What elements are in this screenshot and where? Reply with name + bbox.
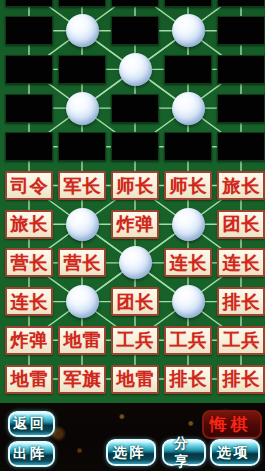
opponent-hidden-piece xyxy=(58,55,106,84)
piece-label-char: 兵 xyxy=(189,331,207,349)
player-piece[interactable]: 师长 xyxy=(111,171,159,200)
piece-label-char: 长 xyxy=(83,177,101,195)
opponent-hidden-piece xyxy=(5,0,53,7)
piece-label-char: 长 xyxy=(189,177,207,195)
piece-label-char: 营 xyxy=(64,254,82,272)
piece-label-char: 排 xyxy=(223,293,241,311)
player-piece[interactable]: 地雷 xyxy=(58,326,106,355)
opponent-hidden-piece xyxy=(164,0,212,7)
piece-label-char: 雷 xyxy=(30,370,48,388)
piece-label-char: 连 xyxy=(223,254,241,272)
piece-label-char: 军 xyxy=(64,177,82,195)
player-piece[interactable]: 炸弹 xyxy=(5,326,53,355)
piece-label-char: 长 xyxy=(242,254,260,272)
player-piece[interactable]: 旅长 xyxy=(217,171,265,200)
piece-label-char: 司 xyxy=(11,177,29,195)
player-piece[interactable]: 工兵 xyxy=(111,326,159,355)
piece-label-char: 军 xyxy=(64,370,82,388)
camp-point xyxy=(172,92,205,125)
opponent-hidden-piece xyxy=(217,132,265,161)
piece-label-char: 长 xyxy=(242,370,260,388)
piece-label-char: 长 xyxy=(83,254,101,272)
opponent-hidden-piece xyxy=(164,132,212,161)
opponent-hidden-piece xyxy=(111,132,159,161)
piece-label-char: 团 xyxy=(117,293,135,311)
camp-point xyxy=(172,14,205,47)
piece-label-char: 弹 xyxy=(136,215,154,233)
piece-label-char: 长 xyxy=(136,293,154,311)
player-piece[interactable]: 师长 xyxy=(164,171,212,200)
piece-label-char: 炸 xyxy=(11,331,29,349)
camp-point xyxy=(66,14,99,47)
player-piece[interactable]: 军长 xyxy=(58,171,106,200)
camp-point xyxy=(66,92,99,125)
player-piece[interactable]: 团长 xyxy=(111,287,159,316)
piece-label-char: 炸 xyxy=(117,215,135,233)
piece-label-char: 雷 xyxy=(83,331,101,349)
opponent-hidden-piece xyxy=(217,94,265,123)
opponent-hidden-piece xyxy=(5,94,53,123)
camp-point xyxy=(119,53,152,86)
piece-label-char: 长 xyxy=(242,293,260,311)
player-piece[interactable]: 工兵 xyxy=(164,326,212,355)
luzhanqi-app-screen: 司令军长师长师长旅长旅长炸弹团长营长营长连长连长连长团长排长炸弹地雷工兵工兵工兵… xyxy=(0,0,265,471)
opponent-hidden-piece xyxy=(111,94,159,123)
piece-label-char: 团 xyxy=(223,215,241,233)
player-piece[interactable]: 连长 xyxy=(217,248,265,277)
player-piece[interactable]: 炸弹 xyxy=(111,210,159,239)
piece-label-char: 长 xyxy=(189,254,207,272)
choose-formation-button[interactable]: 选阵 xyxy=(106,439,156,466)
piece-label-char: 令 xyxy=(30,177,48,195)
piece-label-char: 地 xyxy=(64,331,82,349)
piece-label-char: 旅 xyxy=(11,215,29,233)
opponent-hidden-piece xyxy=(5,55,53,84)
piece-label-char: 连 xyxy=(170,254,188,272)
piece-label-char: 师 xyxy=(117,177,135,195)
player-piece[interactable]: 连长 xyxy=(164,248,212,277)
piece-label-char: 长 xyxy=(242,177,260,195)
opponent-hidden-piece xyxy=(217,55,265,84)
share-button[interactable]: 分享 xyxy=(162,439,206,466)
deploy-button[interactable]: 出阵 xyxy=(8,441,55,467)
piece-label-char: 弹 xyxy=(30,331,48,349)
player-piece[interactable]: 旅长 xyxy=(5,210,53,239)
piece-label-char: 兵 xyxy=(136,331,154,349)
player-piece[interactable]: 军旗 xyxy=(58,365,106,394)
piece-label-char: 雷 xyxy=(136,370,154,388)
piece-label-char: 兵 xyxy=(242,331,260,349)
piece-label-char: 排 xyxy=(170,370,188,388)
piece-label-char: 长 xyxy=(30,293,48,311)
player-piece[interactable]: 地雷 xyxy=(5,365,53,394)
player-piece[interactable]: 营长 xyxy=(58,248,106,277)
player-piece[interactable]: 排长 xyxy=(164,365,212,394)
back-button[interactable]: 返回 xyxy=(8,411,55,437)
opponent-hidden-piece xyxy=(111,16,159,45)
piece-label-char: 长 xyxy=(30,215,48,233)
camp-point xyxy=(172,285,205,318)
piece-label-char: 师 xyxy=(170,177,188,195)
options-button[interactable]: 选项 xyxy=(210,439,260,466)
piece-label-char: 营 xyxy=(11,254,29,272)
player-piece[interactable]: 排长 xyxy=(217,287,265,316)
bottom-toolbar: 返回 悔棋 出阵 选阵 分享 选项 xyxy=(0,403,265,471)
opponent-hidden-piece xyxy=(111,0,159,7)
piece-label-char: 长 xyxy=(189,370,207,388)
opponent-hidden-piece xyxy=(58,132,106,161)
player-piece[interactable]: 连长 xyxy=(5,287,53,316)
undo-button[interactable]: 悔棋 xyxy=(202,410,262,439)
piece-label-char: 长 xyxy=(30,254,48,272)
player-piece[interactable]: 排长 xyxy=(217,365,265,394)
camp-point xyxy=(66,208,99,241)
opponent-hidden-piece xyxy=(217,16,265,45)
player-piece[interactable]: 营长 xyxy=(5,248,53,277)
piece-label-char: 旅 xyxy=(223,177,241,195)
player-piece[interactable]: 地雷 xyxy=(111,365,159,394)
player-piece[interactable]: 团长 xyxy=(217,210,265,239)
piece-label-char: 长 xyxy=(242,215,260,233)
opponent-hidden-piece xyxy=(58,0,106,7)
camp-point xyxy=(119,246,152,279)
opponent-hidden-piece xyxy=(164,55,212,84)
piece-label-char: 长 xyxy=(136,177,154,195)
opponent-hidden-piece xyxy=(5,16,53,45)
piece-label-char: 工 xyxy=(117,331,135,349)
opponent-hidden-piece xyxy=(5,132,53,161)
piece-label-char: 工 xyxy=(223,331,241,349)
camp-point xyxy=(172,208,205,241)
player-piece[interactable]: 司令 xyxy=(5,171,53,200)
piece-label-char: 连 xyxy=(11,293,29,311)
game-board: 司令军长师长师长旅长旅长炸弹团长营长营长连长连长连长团长排长炸弹地雷工兵工兵工兵… xyxy=(0,0,265,403)
piece-label-char: 工 xyxy=(170,331,188,349)
piece-label-char: 地 xyxy=(11,370,29,388)
camp-point xyxy=(66,285,99,318)
piece-label-char: 旗 xyxy=(83,370,101,388)
opponent-hidden-piece xyxy=(217,0,265,7)
player-piece[interactable]: 工兵 xyxy=(217,326,265,355)
piece-label-char: 排 xyxy=(223,370,241,388)
piece-label-char: 地 xyxy=(117,370,135,388)
